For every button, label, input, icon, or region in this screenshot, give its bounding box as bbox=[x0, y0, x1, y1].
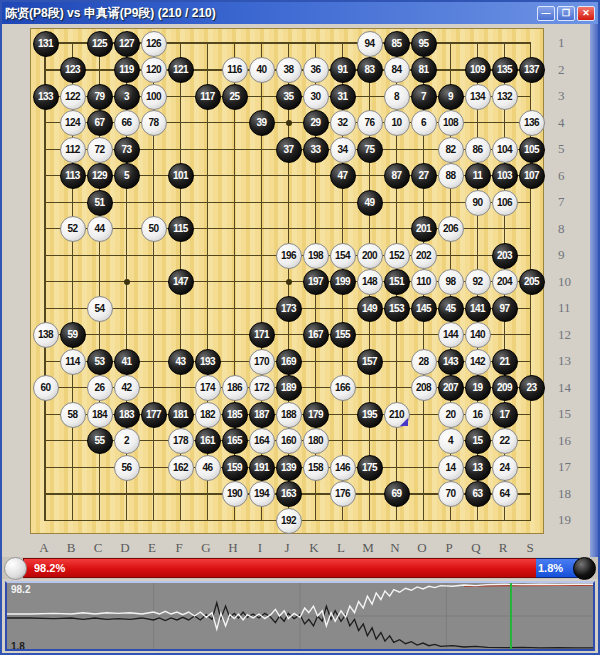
window-edge-strip bbox=[590, 24, 598, 557]
stone-N6: 87 bbox=[384, 163, 410, 189]
stone-I12: 171 bbox=[249, 322, 275, 348]
stone-R18: 64 bbox=[492, 481, 518, 507]
stone-B6: 113 bbox=[60, 163, 86, 189]
stone-J14: 189 bbox=[276, 375, 302, 401]
stone-P16: 4 bbox=[438, 428, 464, 454]
stone-Q15: 16 bbox=[465, 402, 491, 428]
stone-G17: 46 bbox=[195, 455, 221, 481]
stone-H18: 190 bbox=[222, 481, 248, 507]
stone-I16: 164 bbox=[249, 428, 275, 454]
title-bar: 陈贤(P8段) vs 申真谞(P9段) (210 / 210) — ❐ ✕ bbox=[2, 2, 598, 24]
go-board[interactable]: 1311251271269485951231191201211164038369… bbox=[30, 28, 544, 534]
stone-M7: 49 bbox=[357, 190, 383, 216]
stone-D16: 2 bbox=[114, 428, 140, 454]
stone-Q14: 19 bbox=[465, 375, 491, 401]
stone-P17: 14 bbox=[438, 455, 464, 481]
stone-M2: 83 bbox=[357, 57, 383, 83]
stone-J5: 37 bbox=[276, 137, 302, 163]
stone-Q11: 141 bbox=[465, 296, 491, 322]
stone-S2: 137 bbox=[519, 57, 545, 83]
stone-E1: 126 bbox=[141, 31, 167, 57]
stone-P18: 70 bbox=[438, 481, 464, 507]
stone-B4: 124 bbox=[60, 110, 86, 136]
stone-C8: 44 bbox=[87, 216, 113, 242]
stone-H14: 186 bbox=[222, 375, 248, 401]
stone-O4: 6 bbox=[411, 110, 437, 136]
stone-M5: 75 bbox=[357, 137, 383, 163]
stone-M11: 149 bbox=[357, 296, 383, 322]
stone-J19: 192 bbox=[276, 508, 302, 534]
stone-H3: 25 bbox=[222, 84, 248, 110]
stone-F16: 178 bbox=[168, 428, 194, 454]
stone-O3: 7 bbox=[411, 84, 437, 110]
stone-P11: 45 bbox=[438, 296, 464, 322]
stone-Q2: 109 bbox=[465, 57, 491, 83]
stone-N11: 153 bbox=[384, 296, 410, 322]
stone-I15: 187 bbox=[249, 402, 275, 428]
star-point bbox=[286, 120, 292, 126]
stone-L18: 176 bbox=[330, 481, 356, 507]
stone-K12: 167 bbox=[303, 322, 329, 348]
stone-E2: 120 bbox=[141, 57, 167, 83]
stone-C15: 184 bbox=[87, 402, 113, 428]
stone-R15: 17 bbox=[492, 402, 518, 428]
stone-F6: 101 bbox=[168, 163, 194, 189]
stone-L10: 199 bbox=[330, 269, 356, 295]
stone-M9: 200 bbox=[357, 243, 383, 269]
stone-M4: 76 bbox=[357, 110, 383, 136]
stone-P15: 20 bbox=[438, 402, 464, 428]
stone-O13: 28 bbox=[411, 349, 437, 375]
stone-Q5: 86 bbox=[465, 137, 491, 163]
stone-N9: 152 bbox=[384, 243, 410, 269]
stone-K5: 33 bbox=[303, 137, 329, 163]
stone-J9: 196 bbox=[276, 243, 302, 269]
stone-P6: 88 bbox=[438, 163, 464, 189]
stone-M17: 175 bbox=[357, 455, 383, 481]
stone-C4: 67 bbox=[87, 110, 113, 136]
stone-E8: 50 bbox=[141, 216, 167, 242]
stone-M1: 94 bbox=[357, 31, 383, 57]
stone-L2: 91 bbox=[330, 57, 356, 83]
stone-M13: 157 bbox=[357, 349, 383, 375]
stone-S14: 23 bbox=[519, 375, 545, 401]
stone-I18: 194 bbox=[249, 481, 275, 507]
stone-O1: 95 bbox=[411, 31, 437, 57]
stone-D6: 5 bbox=[114, 163, 140, 189]
stone-D3: 3 bbox=[114, 84, 140, 110]
stone-F13: 43 bbox=[168, 349, 194, 375]
stone-N15: 210 bbox=[384, 402, 410, 428]
stone-L12: 155 bbox=[330, 322, 356, 348]
game-review-window: 陈贤(P8段) vs 申真谞(P9段) (210 / 210) — ❐ ✕ 13… bbox=[0, 0, 600, 655]
stone-L14: 166 bbox=[330, 375, 356, 401]
stone-B13: 114 bbox=[60, 349, 86, 375]
maximize-button[interactable]: ❐ bbox=[557, 6, 575, 21]
stone-L4: 32 bbox=[330, 110, 356, 136]
stone-L3: 31 bbox=[330, 84, 356, 110]
stone-C13: 53 bbox=[87, 349, 113, 375]
stone-O11: 145 bbox=[411, 296, 437, 322]
stone-R17: 24 bbox=[492, 455, 518, 481]
stone-S4: 136 bbox=[519, 110, 545, 136]
stone-L5: 34 bbox=[330, 137, 356, 163]
graph-bottom-label: 1.8 bbox=[11, 641, 25, 651]
stone-J18: 163 bbox=[276, 481, 302, 507]
stone-Q18: 63 bbox=[465, 481, 491, 507]
stone-R16: 22 bbox=[492, 428, 518, 454]
stone-D2: 119 bbox=[114, 57, 140, 83]
stone-R10: 204 bbox=[492, 269, 518, 295]
stone-G16: 161 bbox=[195, 428, 221, 454]
stone-G14: 174 bbox=[195, 375, 221, 401]
stone-J13: 169 bbox=[276, 349, 302, 375]
row-labels: 12345678910111213141516171819 bbox=[554, 30, 584, 534]
stone-F8: 115 bbox=[168, 216, 194, 242]
stone-K4: 29 bbox=[303, 110, 329, 136]
stone-O8: 201 bbox=[411, 216, 437, 242]
stone-P3: 9 bbox=[438, 84, 464, 110]
stone-D4: 66 bbox=[114, 110, 140, 136]
stone-A12: 138 bbox=[33, 322, 59, 348]
stone-B12: 59 bbox=[60, 322, 86, 348]
winrate-graph[interactable]: 98.2 1.8 bbox=[5, 581, 595, 651]
stone-F17: 162 bbox=[168, 455, 194, 481]
stone-N4: 10 bbox=[384, 110, 410, 136]
stone-B15: 58 bbox=[60, 402, 86, 428]
stone-E4: 78 bbox=[141, 110, 167, 136]
stone-Q10: 92 bbox=[465, 269, 491, 295]
stone-R7: 106 bbox=[492, 190, 518, 216]
stone-K15: 179 bbox=[303, 402, 329, 428]
minimize-button[interactable]: — bbox=[537, 6, 555, 21]
stone-R14: 209 bbox=[492, 375, 518, 401]
stone-C6: 129 bbox=[87, 163, 113, 189]
stone-R13: 21 bbox=[492, 349, 518, 375]
stone-K10: 197 bbox=[303, 269, 329, 295]
stone-F10: 147 bbox=[168, 269, 194, 295]
stone-Q13: 142 bbox=[465, 349, 491, 375]
stone-B8: 52 bbox=[60, 216, 86, 242]
stone-J2: 38 bbox=[276, 57, 302, 83]
stone-C14: 26 bbox=[87, 375, 113, 401]
stone-J11: 173 bbox=[276, 296, 302, 322]
stone-N3: 8 bbox=[384, 84, 410, 110]
stone-C11: 54 bbox=[87, 296, 113, 322]
stone-S5: 105 bbox=[519, 137, 545, 163]
stone-S6: 107 bbox=[519, 163, 545, 189]
stone-K16: 180 bbox=[303, 428, 329, 454]
stone-J3: 35 bbox=[276, 84, 302, 110]
stone-J17: 139 bbox=[276, 455, 302, 481]
stone-O14: 208 bbox=[411, 375, 437, 401]
stone-K3: 30 bbox=[303, 84, 329, 110]
stone-H16: 165 bbox=[222, 428, 248, 454]
stone-N18: 69 bbox=[384, 481, 410, 507]
stone-C3: 79 bbox=[87, 84, 113, 110]
stone-P13: 143 bbox=[438, 349, 464, 375]
stone-H15: 185 bbox=[222, 402, 248, 428]
stone-H2: 116 bbox=[222, 57, 248, 83]
stone-R9: 203 bbox=[492, 243, 518, 269]
stone-R3: 132 bbox=[492, 84, 518, 110]
graph-top-label: 98.2 bbox=[11, 584, 30, 595]
stone-E3: 100 bbox=[141, 84, 167, 110]
stone-I2: 40 bbox=[249, 57, 275, 83]
stone-K2: 36 bbox=[303, 57, 329, 83]
stone-C1: 125 bbox=[87, 31, 113, 57]
stone-P12: 144 bbox=[438, 322, 464, 348]
stone-I13: 170 bbox=[249, 349, 275, 375]
stone-L6: 47 bbox=[330, 163, 356, 189]
stone-S10: 205 bbox=[519, 269, 545, 295]
stone-P8: 206 bbox=[438, 216, 464, 242]
stone-M15: 195 bbox=[357, 402, 383, 428]
stone-C5: 72 bbox=[87, 137, 113, 163]
stone-B5: 112 bbox=[60, 137, 86, 163]
stone-R11: 97 bbox=[492, 296, 518, 322]
stone-Q17: 13 bbox=[465, 455, 491, 481]
stone-J16: 160 bbox=[276, 428, 302, 454]
stone-C7: 51 bbox=[87, 190, 113, 216]
stone-N2: 84 bbox=[384, 57, 410, 83]
stone-O10: 110 bbox=[411, 269, 437, 295]
stone-L9: 154 bbox=[330, 243, 356, 269]
stone-O2: 81 bbox=[411, 57, 437, 83]
stone-I14: 172 bbox=[249, 375, 275, 401]
stone-H17: 159 bbox=[222, 455, 248, 481]
stone-K9: 198 bbox=[303, 243, 329, 269]
stone-D15: 183 bbox=[114, 402, 140, 428]
stone-I4: 39 bbox=[249, 110, 275, 136]
stone-B3: 122 bbox=[60, 84, 86, 110]
column-labels: ABCDEFGHIJKLMNOPQRS bbox=[30, 540, 545, 556]
stone-R6: 103 bbox=[492, 163, 518, 189]
stone-Q7: 90 bbox=[465, 190, 491, 216]
winrate-graph-canvas bbox=[7, 583, 593, 649]
stone-R5: 104 bbox=[492, 137, 518, 163]
winrate-bar: 98.2% 1.8% bbox=[2, 557, 598, 579]
stone-B2: 123 bbox=[60, 57, 86, 83]
star-point bbox=[286, 279, 292, 285]
stone-D17: 56 bbox=[114, 455, 140, 481]
stone-F2: 121 bbox=[168, 57, 194, 83]
stone-M10: 148 bbox=[357, 269, 383, 295]
stone-Q16: 15 bbox=[465, 428, 491, 454]
stone-P4: 108 bbox=[438, 110, 464, 136]
stone-F15: 181 bbox=[168, 402, 194, 428]
stone-I17: 191 bbox=[249, 455, 275, 481]
stone-R2: 135 bbox=[492, 57, 518, 83]
stone-D5: 73 bbox=[114, 137, 140, 163]
window-title: 陈贤(P8段) vs 申真谞(P9段) (210 / 210) bbox=[5, 5, 537, 22]
stone-J15: 188 bbox=[276, 402, 302, 428]
stone-E15: 177 bbox=[141, 402, 167, 428]
black-stone-icon bbox=[573, 557, 596, 580]
stone-C16: 55 bbox=[87, 428, 113, 454]
stone-L17: 146 bbox=[330, 455, 356, 481]
stone-A1: 131 bbox=[33, 31, 59, 57]
stone-O9: 202 bbox=[411, 243, 437, 269]
stone-N1: 85 bbox=[384, 31, 410, 57]
white-winrate-segment: 98.2% bbox=[23, 558, 536, 578]
stone-Q6: 11 bbox=[465, 163, 491, 189]
stone-A14: 60 bbox=[33, 375, 59, 401]
stone-P10: 98 bbox=[438, 269, 464, 295]
stone-A3: 133 bbox=[33, 84, 59, 110]
stone-P14: 207 bbox=[438, 375, 464, 401]
white-stone-icon bbox=[4, 557, 27, 580]
stone-G13: 193 bbox=[195, 349, 221, 375]
close-button[interactable]: ✕ bbox=[577, 6, 595, 21]
stone-Q12: 140 bbox=[465, 322, 491, 348]
star-point bbox=[124, 279, 130, 285]
stone-O6: 27 bbox=[411, 163, 437, 189]
stone-Q3: 134 bbox=[465, 84, 491, 110]
stone-G3: 117 bbox=[195, 84, 221, 110]
stone-N10: 151 bbox=[384, 269, 410, 295]
board-area: 1311251271269485951231191201211164038369… bbox=[2, 24, 598, 557]
board-grid: 1311251271269485951231191201211164038369… bbox=[44, 42, 531, 521]
stone-P5: 82 bbox=[438, 137, 464, 163]
stone-D14: 42 bbox=[114, 375, 140, 401]
stone-K17: 158 bbox=[303, 455, 329, 481]
stone-G15: 182 bbox=[195, 402, 221, 428]
stone-D13: 41 bbox=[114, 349, 140, 375]
stone-D1: 127 bbox=[114, 31, 140, 57]
